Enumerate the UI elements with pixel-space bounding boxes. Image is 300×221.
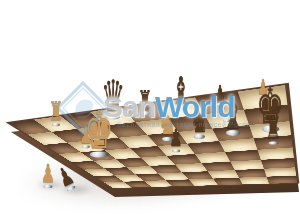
floor-piece-shadow	[58, 184, 94, 195]
board-square	[239, 177, 269, 185]
product-photo-stage: ♜♛♜♝♟♟♟♟♟♞♞♝♚♚♟♜♟♟ SanWorld Бесплатная д…	[0, 0, 300, 221]
board-square	[267, 176, 297, 184]
board-square	[213, 178, 243, 186]
